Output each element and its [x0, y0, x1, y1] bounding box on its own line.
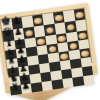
wood-draughts-disc[interactable]	[75, 11, 83, 18]
black-chess-piece[interactable]: ♟	[12, 16, 21, 26]
wood-draughts-disc[interactable]	[60, 53, 68, 60]
board-square[interactable]	[83, 75, 95, 85]
wooden-game-box: ♚♟♛♟♝♟♞♟♜♟♝♟♞♟♜♟	[0, 3, 97, 79]
game-board: ♚♟♛♟♝♟♞♟♜♟♝♟♞♟♜♟	[1, 8, 92, 73]
wood-draughts-disc[interactable]	[54, 14, 62, 21]
black-chess-piece[interactable]: ♜	[11, 83, 20, 93]
wood-draughts-disc[interactable]	[66, 24, 74, 31]
box-lid-top: ♚♟♛♟♝♟♞♟♜♟♝♟♞♟♜♟	[0, 3, 97, 79]
wood-draughts-disc[interactable]	[69, 42, 77, 49]
wood-draughts-disc[interactable]	[78, 32, 86, 39]
wood-draughts-disc[interactable]	[81, 50, 89, 57]
wood-draughts-disc[interactable]	[48, 45, 56, 52]
wood-draughts-disc[interactable]	[57, 35, 65, 42]
black-chess-piece[interactable]: ♛	[2, 26, 13, 38]
wood-draughts-disc[interactable]	[45, 26, 53, 33]
product-photo: ♚♟♛♟♝♟♞♟♜♟♝♟♞♟♜♟	[0, 0, 100, 100]
wood-draughts-disc[interactable]	[36, 38, 44, 45]
wood-draughts-disc[interactable]	[34, 17, 42, 24]
wood-draughts-disc[interactable]	[25, 29, 33, 36]
black-chess-piece[interactable]: ♟	[21, 81, 30, 91]
